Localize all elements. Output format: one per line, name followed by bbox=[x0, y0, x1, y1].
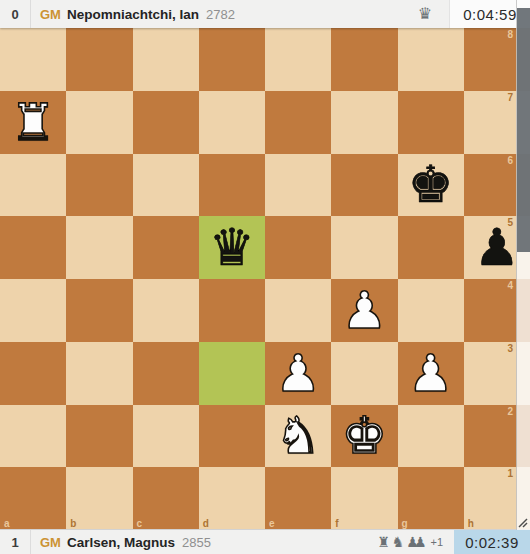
top-player-title: GM bbox=[40, 7, 61, 22]
square-e1[interactable]: e bbox=[265, 467, 331, 530]
black-queen[interactable]: ♛ bbox=[199, 216, 265, 279]
rank-label-6: 6 bbox=[507, 155, 513, 166]
chess-broadcast-panel: 0 GM Nepomniachtchi, Ian 2782 ♛ 0:04:59 … bbox=[0, 0, 530, 554]
square-d8[interactable] bbox=[199, 28, 265, 91]
square-b3[interactable] bbox=[66, 342, 132, 405]
square-b8[interactable] bbox=[66, 28, 132, 91]
bottom-material-indicator: ♜♞♟♟+1 bbox=[377, 535, 443, 549]
bottom-player-bar: 1 GM Carlsen, Magnus 2855 ♜♞♟♟+1 0:02:39 bbox=[0, 529, 530, 554]
captured-queen-icon: ♛ bbox=[418, 6, 432, 22]
square-a5[interactable] bbox=[0, 216, 66, 279]
square-d3[interactable] bbox=[199, 342, 265, 405]
white-pawn[interactable]: ♟ bbox=[398, 342, 464, 405]
square-f3[interactable] bbox=[331, 342, 397, 405]
square-d2[interactable] bbox=[199, 405, 265, 468]
white-rook[interactable]: ♜ bbox=[0, 91, 66, 154]
square-f2[interactable]: ♚ bbox=[331, 405, 397, 468]
square-b2[interactable] bbox=[66, 405, 132, 468]
square-c1[interactable]: c bbox=[133, 467, 199, 530]
square-e4[interactable] bbox=[265, 279, 331, 342]
square-g7[interactable] bbox=[398, 91, 464, 154]
file-label-c: c bbox=[137, 518, 143, 529]
square-e8[interactable] bbox=[265, 28, 331, 91]
white-pawn[interactable]: ♟ bbox=[265, 342, 331, 405]
scrollbar-thumb[interactable] bbox=[517, 8, 530, 252]
square-a4[interactable] bbox=[0, 279, 66, 342]
captured-pawn-icon: ♟ bbox=[414, 535, 427, 549]
captured-knight-icon: ♞ bbox=[392, 535, 405, 549]
rank-label-5: 5 bbox=[507, 217, 513, 228]
square-d5[interactable]: ♛ bbox=[199, 216, 265, 279]
file-label-f: f bbox=[335, 518, 338, 529]
square-g5[interactable] bbox=[398, 216, 464, 279]
square-g2[interactable] bbox=[398, 405, 464, 468]
square-a8[interactable] bbox=[0, 28, 66, 91]
square-e7[interactable] bbox=[265, 91, 331, 154]
square-c2[interactable] bbox=[133, 405, 199, 468]
bottom-player-title: GM bbox=[40, 535, 61, 550]
square-g1[interactable]: g bbox=[398, 467, 464, 530]
resize-grip-icon[interactable] bbox=[516, 515, 529, 528]
square-g6[interactable]: ♚ bbox=[398, 154, 464, 217]
rank-label-8: 8 bbox=[507, 29, 513, 40]
black-king[interactable]: ♚ bbox=[398, 154, 464, 217]
square-e2[interactable]: ♞ bbox=[265, 405, 331, 468]
square-d4[interactable] bbox=[199, 279, 265, 342]
rank-label-7: 7 bbox=[507, 92, 513, 103]
square-d7[interactable] bbox=[199, 91, 265, 154]
rank-label-4: 4 bbox=[507, 280, 513, 291]
square-c5[interactable] bbox=[133, 216, 199, 279]
square-f5[interactable] bbox=[331, 216, 397, 279]
square-d6[interactable] bbox=[199, 154, 265, 217]
square-e3[interactable]: ♟ bbox=[265, 342, 331, 405]
square-g8[interactable] bbox=[398, 28, 464, 91]
top-material-indicator: ♛ bbox=[418, 6, 432, 22]
square-a7[interactable]: ♜ bbox=[0, 91, 66, 154]
square-f6[interactable] bbox=[331, 154, 397, 217]
white-pawn[interactable]: ♟ bbox=[331, 279, 397, 342]
file-label-b: b bbox=[70, 518, 76, 529]
square-f1[interactable]: f bbox=[331, 467, 397, 530]
square-b1[interactable]: b bbox=[66, 467, 132, 530]
bottom-clock: 0:02:39 bbox=[454, 530, 530, 554]
square-g3[interactable]: ♟ bbox=[398, 342, 464, 405]
bottom-player-score: 1 bbox=[0, 530, 31, 554]
square-e5[interactable] bbox=[265, 216, 331, 279]
square-g4[interactable] bbox=[398, 279, 464, 342]
top-player-name: Nepomniachtchi, Ian bbox=[67, 7, 199, 22]
bottom-player-name: Carlsen, Magnus bbox=[67, 535, 175, 550]
file-label-g: g bbox=[402, 518, 408, 529]
bottom-player-rating: 2855 bbox=[182, 535, 211, 550]
square-e6[interactable] bbox=[265, 154, 331, 217]
square-c3[interactable] bbox=[133, 342, 199, 405]
top-player-rating: 2782 bbox=[206, 7, 235, 22]
white-knight[interactable]: ♞ bbox=[265, 405, 331, 468]
square-b4[interactable] bbox=[66, 279, 132, 342]
square-b7[interactable] bbox=[66, 91, 132, 154]
rank-label-3: 3 bbox=[507, 343, 513, 354]
file-label-h: h bbox=[468, 518, 474, 529]
file-label-d: d bbox=[203, 518, 209, 529]
square-f7[interactable] bbox=[331, 91, 397, 154]
square-b6[interactable] bbox=[66, 154, 132, 217]
white-king[interactable]: ♚ bbox=[331, 405, 397, 468]
square-c7[interactable] bbox=[133, 91, 199, 154]
square-a6[interactable] bbox=[0, 154, 66, 217]
square-f4[interactable]: ♟ bbox=[331, 279, 397, 342]
chess-board: 8♜7♚6♛♟5♟4♟♟3♞♚2abcdefg1h bbox=[0, 28, 530, 530]
captured-rook-icon: ♜ bbox=[377, 535, 390, 549]
top-player-bar: 0 GM Nepomniachtchi, Ian 2782 ♛ 0:04:59 bbox=[0, 0, 530, 28]
file-label-e: e bbox=[269, 518, 275, 529]
square-b5[interactable] bbox=[66, 216, 132, 279]
square-a1[interactable]: a bbox=[0, 467, 66, 530]
rank-label-1: 1 bbox=[507, 468, 513, 479]
material-advantage-label: +1 bbox=[430, 536, 443, 548]
square-a2[interactable] bbox=[0, 405, 66, 468]
file-label-a: a bbox=[4, 518, 10, 529]
square-f8[interactable] bbox=[331, 28, 397, 91]
square-c6[interactable] bbox=[133, 154, 199, 217]
square-d1[interactable]: d bbox=[199, 467, 265, 530]
rank-label-2: 2 bbox=[507, 406, 513, 417]
square-c4[interactable] bbox=[133, 279, 199, 342]
square-a3[interactable] bbox=[0, 342, 66, 405]
top-player-score: 0 bbox=[0, 0, 31, 28]
square-c8[interactable] bbox=[133, 28, 199, 91]
